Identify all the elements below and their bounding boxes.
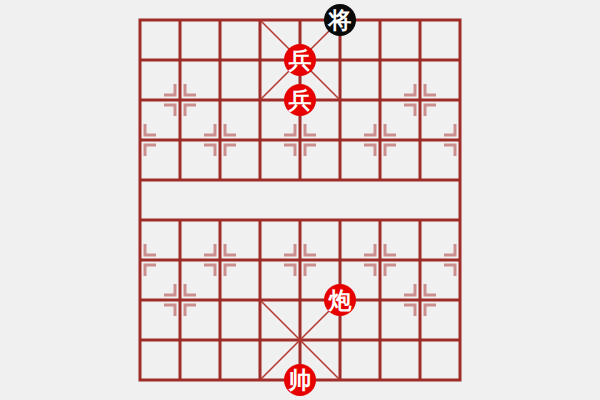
- screenshot-root: 将兵兵炮帅: [0, 0, 600, 400]
- piece-red-cannon[interactable]: 炮: [324, 284, 356, 316]
- piece-red-general[interactable]: 帅: [284, 364, 316, 396]
- xiangqi-board: 将兵兵炮帅: [120, 0, 480, 400]
- piece-red-soldier-2[interactable]: 兵: [284, 84, 316, 116]
- piece-red-soldier-1[interactable]: 兵: [284, 44, 316, 76]
- piece-black-general[interactable]: 将: [324, 4, 356, 36]
- piece-layer: 将兵兵炮帅: [120, 0, 480, 400]
